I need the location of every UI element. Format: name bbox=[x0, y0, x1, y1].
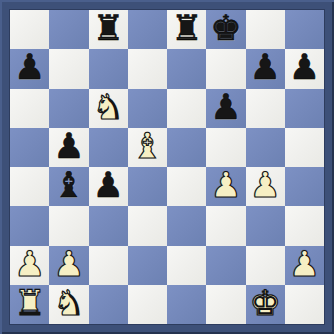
square-h1[interactable] bbox=[285, 285, 324, 324]
square-g3[interactable] bbox=[246, 206, 285, 245]
square-g8[interactable] bbox=[246, 10, 285, 49]
black-pawn[interactable]: ♟ bbox=[249, 50, 280, 85]
square-e6[interactable] bbox=[167, 89, 206, 128]
white-pawn[interactable]: ♟ bbox=[289, 247, 320, 282]
square-b4[interactable]: ♝ bbox=[49, 167, 88, 206]
white-pawn[interactable]: ♟ bbox=[14, 247, 45, 282]
square-e2[interactable] bbox=[167, 246, 206, 285]
square-a1[interactable]: ♜ bbox=[10, 285, 49, 324]
square-e4[interactable] bbox=[167, 167, 206, 206]
black-pawn[interactable]: ♟ bbox=[14, 50, 45, 85]
square-b3[interactable] bbox=[49, 206, 88, 245]
chess-board: ♜♜♚♟♟♟♞♟♟♝♝♟♟♟♟♟♟♜♞♚ bbox=[10, 10, 324, 324]
square-a5[interactable] bbox=[10, 128, 49, 167]
square-f6[interactable]: ♟ bbox=[206, 89, 245, 128]
square-c5[interactable] bbox=[89, 128, 128, 167]
white-bishop[interactable]: ♝ bbox=[132, 129, 163, 164]
square-d6[interactable] bbox=[128, 89, 167, 128]
square-e8[interactable]: ♜ bbox=[167, 10, 206, 49]
square-a6[interactable] bbox=[10, 89, 49, 128]
square-g6[interactable] bbox=[246, 89, 285, 128]
white-knight[interactable]: ♞ bbox=[53, 286, 84, 321]
square-b5[interactable]: ♟ bbox=[49, 128, 88, 167]
black-pawn[interactable]: ♟ bbox=[92, 168, 123, 203]
square-g1[interactable]: ♚ bbox=[246, 285, 285, 324]
square-g5[interactable] bbox=[246, 128, 285, 167]
black-pawn[interactable]: ♟ bbox=[210, 90, 241, 125]
black-pawn[interactable]: ♟ bbox=[53, 129, 84, 164]
square-f8[interactable]: ♚ bbox=[206, 10, 245, 49]
white-pawn[interactable]: ♟ bbox=[249, 168, 280, 203]
square-f3[interactable] bbox=[206, 206, 245, 245]
square-e5[interactable] bbox=[167, 128, 206, 167]
square-g7[interactable]: ♟ bbox=[246, 49, 285, 88]
square-c2[interactable] bbox=[89, 246, 128, 285]
black-bishop[interactable]: ♝ bbox=[53, 168, 84, 203]
square-a3[interactable] bbox=[10, 206, 49, 245]
square-e3[interactable] bbox=[167, 206, 206, 245]
square-h2[interactable]: ♟ bbox=[285, 246, 324, 285]
black-rook[interactable]: ♜ bbox=[171, 11, 202, 46]
square-c4[interactable]: ♟ bbox=[89, 167, 128, 206]
white-king[interactable]: ♚ bbox=[249, 286, 280, 321]
square-d7[interactable] bbox=[128, 49, 167, 88]
square-b2[interactable]: ♟ bbox=[49, 246, 88, 285]
square-h6[interactable] bbox=[285, 89, 324, 128]
square-e7[interactable] bbox=[167, 49, 206, 88]
white-pawn[interactable]: ♟ bbox=[53, 247, 84, 282]
square-h4[interactable] bbox=[285, 167, 324, 206]
square-f5[interactable] bbox=[206, 128, 245, 167]
square-c8[interactable]: ♜ bbox=[89, 10, 128, 49]
square-f2[interactable] bbox=[206, 246, 245, 285]
square-b7[interactable] bbox=[49, 49, 88, 88]
square-h5[interactable] bbox=[285, 128, 324, 167]
square-e1[interactable] bbox=[167, 285, 206, 324]
white-knight[interactable]: ♞ bbox=[92, 90, 123, 125]
square-h7[interactable]: ♟ bbox=[285, 49, 324, 88]
white-rook[interactable]: ♜ bbox=[14, 286, 45, 321]
square-f4[interactable]: ♟ bbox=[206, 167, 245, 206]
square-b8[interactable] bbox=[49, 10, 88, 49]
square-g2[interactable] bbox=[246, 246, 285, 285]
square-d3[interactable] bbox=[128, 206, 167, 245]
square-d1[interactable] bbox=[128, 285, 167, 324]
black-king[interactable]: ♚ bbox=[210, 11, 241, 46]
square-f1[interactable] bbox=[206, 285, 245, 324]
square-a8[interactable] bbox=[10, 10, 49, 49]
board-frame: ♜♜♚♟♟♟♞♟♟♝♝♟♟♟♟♟♟♜♞♚ bbox=[0, 0, 334, 334]
square-c1[interactable] bbox=[89, 285, 128, 324]
square-d5[interactable]: ♝ bbox=[128, 128, 167, 167]
black-rook[interactable]: ♜ bbox=[92, 11, 123, 46]
square-c3[interactable] bbox=[89, 206, 128, 245]
white-pawn[interactable]: ♟ bbox=[210, 168, 241, 203]
square-h8[interactable] bbox=[285, 10, 324, 49]
square-g4[interactable]: ♟ bbox=[246, 167, 285, 206]
square-d4[interactable] bbox=[128, 167, 167, 206]
square-d2[interactable] bbox=[128, 246, 167, 285]
black-pawn[interactable]: ♟ bbox=[289, 50, 320, 85]
square-d8[interactable] bbox=[128, 10, 167, 49]
square-h3[interactable] bbox=[285, 206, 324, 245]
square-a7[interactable]: ♟ bbox=[10, 49, 49, 88]
square-c6[interactable]: ♞ bbox=[89, 89, 128, 128]
square-a2[interactable]: ♟ bbox=[10, 246, 49, 285]
square-b6[interactable] bbox=[49, 89, 88, 128]
square-c7[interactable] bbox=[89, 49, 128, 88]
square-a4[interactable] bbox=[10, 167, 49, 206]
square-f7[interactable] bbox=[206, 49, 245, 88]
square-b1[interactable]: ♞ bbox=[49, 285, 88, 324]
